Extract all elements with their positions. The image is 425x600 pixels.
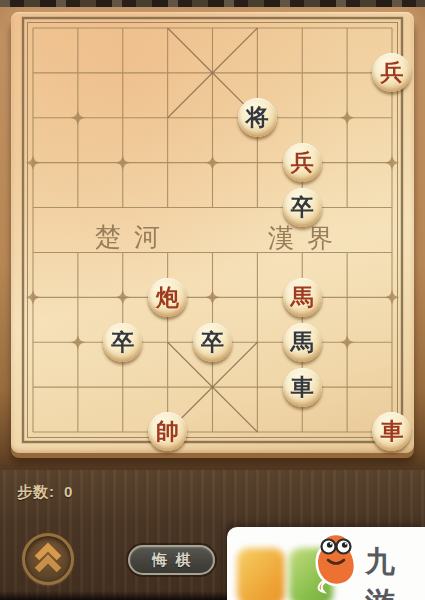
chevron-double-up-icon (25, 536, 71, 582)
piece-glyph: 馬 (291, 330, 314, 353)
piece-red-general[interactable]: 帥 (148, 412, 187, 451)
move-counter-label: 步数: (17, 483, 55, 500)
piece-black-soldier[interactable]: 卒 (283, 188, 322, 227)
piece-black-horse[interactable]: 馬 (283, 323, 322, 362)
piece-black-soldier[interactable]: 卒 (103, 323, 142, 362)
piece-black-chariot[interactable]: 車 (283, 368, 322, 407)
jiuyou-brand-text: 九游 (365, 542, 425, 600)
piece-glyph: 兵 (380, 60, 403, 83)
jiuyou-watermark[interactable]: 九游 (227, 527, 425, 600)
piece-glyph: 兵 (291, 150, 314, 173)
piece-glyph: 帥 (156, 419, 179, 442)
piece-glyph: 卒 (291, 195, 314, 218)
bottom-hud-bar: 步数:0 悔棋 (0, 470, 425, 600)
undo-move-label: 悔棋 (145, 551, 199, 570)
move-counter: 步数:0 (17, 483, 73, 502)
piece-glyph: 炮 (156, 285, 179, 308)
move-counter-value: 0 (64, 483, 73, 500)
piece-red-horse[interactable]: 馬 (283, 278, 322, 317)
undo-move-button[interactable]: 悔棋 (128, 545, 215, 575)
piece-black-soldier[interactable]: 卒 (193, 323, 232, 362)
piece-glyph: 将 (246, 105, 269, 128)
piece-glyph: 馬 (291, 285, 314, 308)
piece-red-chariot[interactable]: 車 (372, 412, 411, 451)
piece-black-general[interactable]: 将 (238, 98, 277, 137)
jiuyou-mascot-icon (311, 532, 361, 594)
xiangqi-game-screen: 楚河 漢界 兵将兵卒炮馬卒卒馬車帥車 步数:0 悔棋 (0, 0, 425, 600)
piece-glyph: 卒 (201, 330, 224, 353)
piece-glyph: 車 (380, 419, 403, 442)
piece-red-cannon[interactable]: 炮 (148, 278, 187, 317)
board-stage: 楚河 漢界 兵将兵卒炮馬卒卒馬車帥車 (0, 0, 425, 480)
piece-red-soldier[interactable]: 兵 (283, 143, 322, 182)
piece-glyph: 卒 (111, 330, 134, 353)
blurred-app-icon (237, 548, 285, 600)
piece-red-soldier[interactable]: 兵 (372, 53, 411, 92)
expand-up-button[interactable] (22, 533, 74, 585)
pieces-layer: 兵将兵卒炮馬卒卒馬車帥車 (11, 6, 415, 455)
piece-glyph: 車 (291, 375, 314, 398)
